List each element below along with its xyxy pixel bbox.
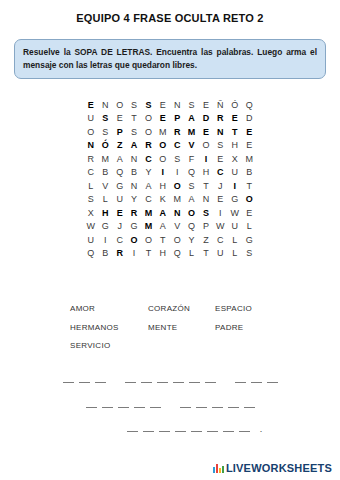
grid-cell[interactable]: L [242, 220, 256, 234]
grid-cell[interactable]: U [213, 247, 227, 261]
grid-cell[interactable]: G [228, 193, 242, 207]
grid-cell[interactable]: X [228, 152, 242, 166]
grid-cell[interactable]: Z [112, 139, 126, 153]
grid-cell[interactable]: B [127, 166, 141, 180]
grid-cell[interactable]: G [242, 233, 256, 247]
worksheet-page: EQUIPO 4 FRASE OCULTA RETO 2 Resuelve la… [0, 0, 340, 480]
grid-cell[interactable]: B [98, 247, 112, 261]
grid-cell[interactable]: N [84, 139, 98, 153]
answer-word-blanks [60, 369, 108, 387]
answer-word-blanks [177, 394, 257, 412]
grid-cell[interactable]: V [184, 139, 198, 153]
grid-cell[interactable]: P [199, 220, 213, 234]
grid-cell[interactable]: M [98, 152, 112, 166]
grid-cell[interactable]: X [84, 206, 98, 220]
grid-cell[interactable]: W [84, 220, 98, 234]
grid-cell[interactable]: E [112, 112, 126, 126]
grid-cell[interactable]: C [141, 193, 155, 207]
grid-cell[interactable]: A [184, 193, 198, 207]
grid-cell[interactable]: S [184, 98, 198, 112]
answer-blank [235, 378, 246, 383]
grid-cell[interactable]: Ñ [213, 98, 227, 112]
grid-cell[interactable]: Y [141, 166, 155, 180]
grid-cell[interactable]: M [141, 206, 155, 220]
grid-cell[interactable]: A [156, 206, 170, 220]
grid-cell[interactable]: S [184, 179, 198, 193]
answer-line [0, 369, 340, 394]
grid-cell[interactable]: Ó [98, 139, 112, 153]
grid-cell[interactable]: S [242, 247, 256, 261]
grid-cell[interactable]: C [112, 233, 126, 247]
answer-blank [189, 378, 200, 383]
grid-cell[interactable]: I [156, 166, 170, 180]
answer-blank [228, 403, 239, 408]
brand-name: LIVEWORKSHEETS [226, 462, 332, 474]
grid-cell[interactable]: T [141, 247, 155, 261]
grid-cell[interactable]: R [112, 247, 126, 261]
grid-cell[interactable]: Z [199, 233, 213, 247]
page-title: EQUIPO 4 FRASE OCULTA RETO 2 [10, 12, 330, 24]
grid-cell[interactable]: J [112, 220, 126, 234]
grid-cell[interactable]: C [84, 166, 98, 180]
grid-cell[interactable]: O [127, 233, 141, 247]
answer-blank [267, 378, 278, 383]
answer-blank [159, 427, 170, 432]
word-list-item: PADRE [215, 323, 305, 332]
grid-cell[interactable]: W [213, 220, 227, 234]
answer-blank [180, 403, 191, 408]
answer-blank [207, 427, 218, 432]
grid-cell[interactable]: T [228, 125, 242, 139]
word-list: AMORCORAZÓNESPACIOHERMANOSMENTEPADRESERV… [70, 304, 340, 350]
grid-cell[interactable]: T [199, 247, 213, 261]
grid-cell[interactable]: S [213, 139, 227, 153]
grid-cell[interactable]: Q [184, 166, 198, 180]
grid-cell[interactable]: O [170, 233, 184, 247]
answer-blank [173, 378, 184, 383]
grid-cell[interactable]: S [98, 125, 112, 139]
grid-cell[interactable]: E [213, 193, 227, 207]
grid-cell[interactable]: E [199, 98, 213, 112]
grid-cell[interactable]: P [170, 112, 184, 126]
answer-word-blanks [83, 394, 163, 412]
grid-cell[interactable]: I [213, 206, 227, 220]
grid-cell[interactable]: H [156, 247, 170, 261]
grid-cell[interactable]: Y [127, 193, 141, 207]
word-list-item: SERVICIO [70, 341, 148, 350]
grid-cell[interactable]: S [127, 125, 141, 139]
grid-cell[interactable]: Q [112, 166, 126, 180]
grid-cell[interactable]: Q [242, 98, 256, 112]
word-list-item: ESPACIO [215, 304, 305, 313]
grid-cell[interactable]: M [141, 220, 155, 234]
grid-cell[interactable]: K [156, 193, 170, 207]
grid-cell[interactable]: L [98, 193, 112, 207]
grid-cell[interactable]: W [228, 206, 242, 220]
grid-cell[interactable]: N [98, 98, 112, 112]
grid-cell[interactable]: N [127, 179, 141, 193]
grid-cell[interactable]: T [156, 233, 170, 247]
grid-cell[interactable]: U [228, 166, 242, 180]
grid-cell[interactable]: O [141, 125, 155, 139]
grid-cell[interactable]: M [242, 152, 256, 166]
grid-cell[interactable]: A [112, 152, 126, 166]
answer-word-blanks [125, 418, 253, 436]
answer-line [0, 394, 340, 419]
answer-blank [102, 403, 113, 408]
word-list-item: HERMANOS [70, 323, 148, 332]
footer: LIVEWORKSHEETS [213, 462, 332, 474]
answer-blank [175, 427, 186, 432]
grid-cell[interactable]: D [242, 112, 256, 126]
grid-cell[interactable]: E [199, 125, 213, 139]
word-search-grid: ENOSSENSEÑÓQUSETOEPADREDOSPSOMRMENTENÓZA… [84, 98, 257, 260]
answer-blank [196, 403, 207, 408]
grid-cell[interactable]: S [141, 98, 155, 112]
grid-cell[interactable]: R [84, 152, 98, 166]
grid-cell[interactable]: O [112, 98, 126, 112]
grid-cell[interactable]: O [156, 139, 170, 153]
grid-cell[interactable]: C [141, 152, 155, 166]
answer-period: . [260, 424, 263, 434]
grid-cell[interactable]: R [127, 206, 141, 220]
grid-cell[interactable]: H [199, 166, 213, 180]
answer-blank [86, 403, 97, 408]
grid-cell[interactable]: Y [184, 233, 198, 247]
grid-cell[interactable]: F [184, 152, 198, 166]
answer-blank [239, 427, 250, 432]
answer-blank [191, 427, 202, 432]
grid-cell[interactable]: E [242, 125, 256, 139]
answer-blank [141, 378, 152, 383]
answer-blank [79, 378, 90, 383]
grid-cell[interactable]: M [156, 125, 170, 139]
grid-cell[interactable]: A [127, 139, 141, 153]
answer-blank [205, 378, 216, 383]
instructions-box: Resuelve la SOPA DE LETRAS. Encuentra la… [14, 39, 326, 79]
grid-cell[interactable]: Ó [228, 98, 242, 112]
grid-cell[interactable]: U [84, 233, 98, 247]
grid-cell[interactable]: I [170, 166, 184, 180]
grid-cell[interactable]: H [98, 206, 112, 220]
grid-cell[interactable]: N [170, 206, 184, 220]
grid-cell[interactable]: G [112, 179, 126, 193]
grid-cell[interactable]: C [213, 233, 227, 247]
grid-cell[interactable]: E [112, 206, 126, 220]
grid-cell[interactable]: B [242, 166, 256, 180]
grid-cell[interactable]: G [127, 220, 141, 234]
grid-cell[interactable]: P [112, 125, 126, 139]
grid-cell[interactable]: M [170, 193, 184, 207]
grid-cell[interactable]: G [98, 220, 112, 234]
answer-line: . [20, 418, 340, 443]
grid-cell[interactable]: E [156, 98, 170, 112]
answer-blank [127, 427, 138, 432]
liveworksheets-logo-icon [213, 464, 224, 473]
grid-cell[interactable]: A [156, 220, 170, 234]
answer-blank [251, 378, 262, 383]
instructions-text: Resuelve la SOPA DE LETRAS. Encuentra la… [23, 46, 317, 72]
grid-cell[interactable]: U [112, 193, 126, 207]
grid-cell[interactable]: I [98, 233, 112, 247]
grid-cell[interactable]: Q [184, 220, 198, 234]
grid-cell[interactable]: R [141, 139, 155, 153]
grid-cell[interactable]: E [213, 152, 227, 166]
grid-cell[interactable]: A [141, 179, 155, 193]
grid-cell[interactable]: O [156, 152, 170, 166]
grid-cell[interactable]: S [170, 152, 184, 166]
grid-cell[interactable]: H [156, 179, 170, 193]
grid-cell[interactable]: R [170, 125, 184, 139]
grid-cell[interactable]: O [84, 125, 98, 139]
grid-cell[interactable]: I [199, 152, 213, 166]
grid-cell[interactable]: O [184, 206, 198, 220]
answer-blank [95, 378, 106, 383]
answer-blank [244, 403, 255, 408]
grid-cell[interactable]: A [184, 112, 198, 126]
grid-cell[interactable]: D [199, 112, 213, 126]
grid-cell[interactable]: S [127, 98, 141, 112]
grid-cell[interactable]: O [141, 233, 155, 247]
word-list-item: AMOR [70, 304, 148, 313]
grid-cell[interactable]: E [156, 112, 170, 126]
grid-cell[interactable]: Q [170, 247, 184, 261]
grid-cell[interactable]: I [228, 179, 242, 193]
grid-cell[interactable]: E [84, 98, 98, 112]
grid-cell[interactable]: E [228, 112, 242, 126]
answer-lines: . [0, 369, 340, 443]
grid-cell[interactable]: J [213, 179, 227, 193]
answer-blank [212, 403, 223, 408]
answer-blank [63, 378, 74, 383]
answer-word-blanks [122, 369, 218, 387]
grid-cell[interactable]: E [242, 139, 256, 153]
grid-cell[interactable]: S [98, 112, 112, 126]
grid-cell[interactable]: U [84, 112, 98, 126]
grid-cell[interactable]: T [127, 112, 141, 126]
grid-cell[interactable]: T [242, 179, 256, 193]
grid-cell[interactable]: L [228, 233, 242, 247]
grid-cell[interactable]: O [199, 139, 213, 153]
answer-blank [150, 403, 161, 408]
grid-cell[interactable]: L [228, 247, 242, 261]
word-list-item: CORAZÓN [148, 304, 215, 313]
grid-cell[interactable]: S [84, 193, 98, 207]
grid-cell[interactable]: N [170, 98, 184, 112]
grid-cell[interactable]: B [98, 166, 112, 180]
answer-blank [157, 378, 168, 383]
answer-blank [118, 403, 129, 408]
grid-cell[interactable]: O [170, 179, 184, 193]
answer-blank [223, 427, 234, 432]
grid-cell[interactable]: T [199, 179, 213, 193]
grid-cell[interactable]: M [184, 125, 198, 139]
grid-cell[interactable]: Q [84, 247, 98, 261]
grid-cell[interactable]: N [199, 193, 213, 207]
grid-cell[interactable]: V [170, 220, 184, 234]
grid-cell[interactable]: C [170, 139, 184, 153]
grid-cell[interactable]: C [213, 166, 227, 180]
grid-cell[interactable]: V [98, 179, 112, 193]
answer-blank [143, 427, 154, 432]
grid-cell[interactable]: L [184, 247, 198, 261]
word-list-item: MENTE [148, 323, 215, 332]
grid-cell[interactable]: E [242, 206, 256, 220]
grid-cell[interactable]: I [127, 247, 141, 261]
grid-cell[interactable]: R [213, 112, 227, 126]
grid-cell[interactable]: S [199, 206, 213, 220]
grid-cell[interactable]: O [242, 193, 256, 207]
grid-cell[interactable]: O [141, 112, 155, 126]
grid-cell[interactable]: U [228, 220, 242, 234]
grid-cell[interactable]: L [84, 179, 98, 193]
grid-cell[interactable]: N [213, 125, 227, 139]
answer-blank [134, 403, 145, 408]
grid-cell[interactable]: H [228, 139, 242, 153]
grid-cell[interactable]: N [127, 152, 141, 166]
answer-word-blanks [232, 369, 280, 387]
answer-blank [125, 378, 136, 383]
